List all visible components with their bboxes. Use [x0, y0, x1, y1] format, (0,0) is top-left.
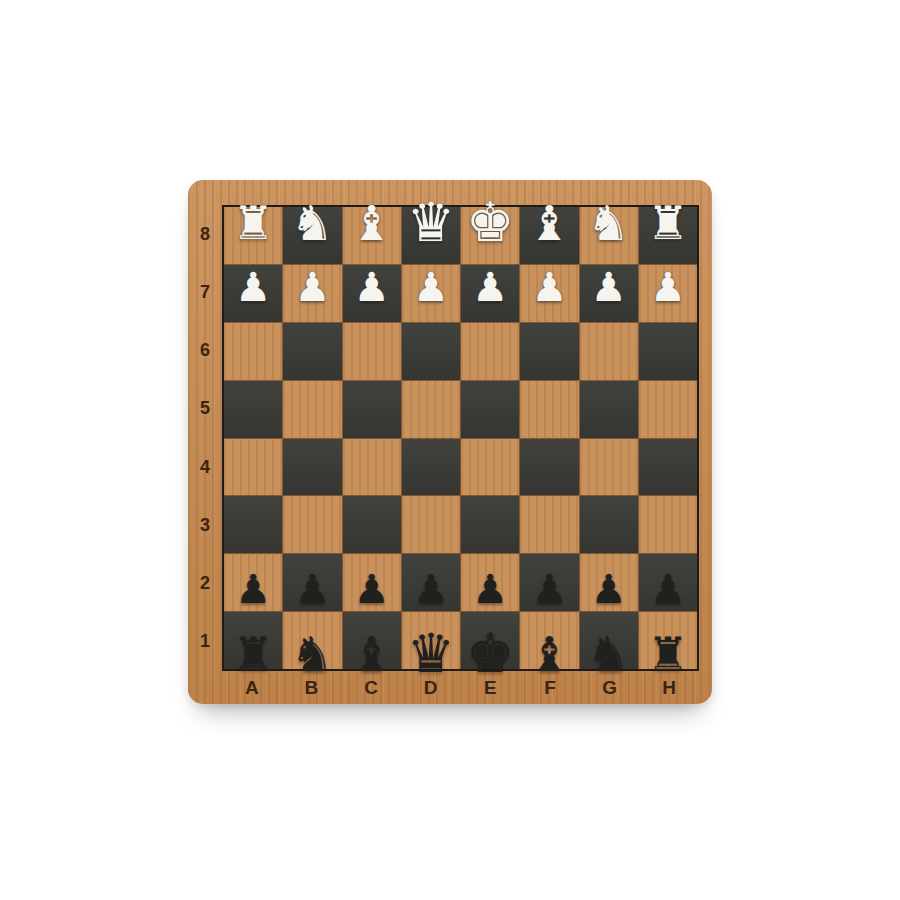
square-d2[interactable]: ♟ — [402, 554, 460, 611]
piece-black-rook-h1[interactable]: ♜ — [647, 631, 688, 677]
square-c8[interactable]: ♝ — [343, 207, 401, 264]
square-b2[interactable]: ♟ — [283, 554, 341, 611]
square-d5[interactable] — [402, 381, 460, 438]
board-grid: ♜♞♝♛♚♝♞♜♟♟♟♟♟♟♟♟♟♟♟♟♟♟♟♟♜♞♝♛♚♝♞♜ — [222, 205, 699, 671]
piece-black-pawn-a2[interactable]: ♟ — [235, 569, 271, 609]
square-a1[interactable]: ♜ — [224, 612, 282, 669]
rank-label-8: 8 — [188, 205, 222, 263]
piece-white-pawn-a7[interactable]: ♟ — [235, 267, 271, 307]
square-e8[interactable]: ♚ — [461, 207, 519, 264]
square-b5[interactable] — [283, 381, 341, 438]
piece-white-bishop-c8[interactable]: ♝ — [350, 199, 393, 247]
square-g1[interactable]: ♞ — [580, 612, 638, 669]
rank-label-7: 7 — [188, 263, 222, 321]
square-g3[interactable] — [580, 496, 638, 553]
square-e4[interactable] — [461, 439, 519, 496]
square-h3[interactable] — [639, 496, 697, 553]
piece-black-pawn-f2[interactable]: ♟ — [531, 569, 567, 609]
square-d3[interactable] — [402, 496, 460, 553]
piece-black-pawn-g2[interactable]: ♟ — [591, 569, 627, 609]
rank-label-5: 5 — [188, 380, 222, 438]
piece-white-pawn-f7[interactable]: ♟ — [531, 267, 567, 307]
square-f7[interactable]: ♟ — [520, 265, 578, 322]
piece-black-knight-g1[interactable]: ♞ — [587, 630, 630, 678]
rank-label-2: 2 — [188, 555, 222, 613]
piece-black-pawn-h2[interactable]: ♟ — [650, 569, 686, 609]
square-e6[interactable] — [461, 323, 519, 380]
square-h5[interactable] — [639, 381, 697, 438]
piece-white-knight-g8[interactable]: ♞ — [587, 199, 630, 247]
square-c5[interactable] — [343, 381, 401, 438]
square-c1[interactable]: ♝ — [343, 612, 401, 669]
square-f6[interactable] — [520, 323, 578, 380]
rank-label-6: 6 — [188, 322, 222, 380]
square-c2[interactable]: ♟ — [343, 554, 401, 611]
piece-white-pawn-e7[interactable]: ♟ — [472, 267, 508, 307]
square-g8[interactable]: ♞ — [580, 207, 638, 264]
piece-white-bishop-f8[interactable]: ♝ — [528, 199, 571, 247]
piece-white-pawn-h7[interactable]: ♟ — [650, 267, 686, 307]
square-f8[interactable]: ♝ — [520, 207, 578, 264]
square-a3[interactable] — [224, 496, 282, 553]
square-g7[interactable]: ♟ — [580, 265, 638, 322]
square-h6[interactable] — [639, 323, 697, 380]
piece-white-rook-h8[interactable]: ♜ — [647, 200, 688, 246]
square-b3[interactable] — [283, 496, 341, 553]
square-g4[interactable] — [580, 439, 638, 496]
square-a8[interactable]: ♜ — [224, 207, 282, 264]
piece-white-pawn-b7[interactable]: ♟ — [294, 267, 330, 307]
square-e1[interactable]: ♚ — [461, 612, 519, 669]
square-f1[interactable]: ♝ — [520, 612, 578, 669]
piece-black-pawn-e2[interactable]: ♟ — [472, 569, 508, 609]
piece-white-knight-b8[interactable]: ♞ — [291, 199, 334, 247]
square-h2[interactable]: ♟ — [639, 554, 697, 611]
square-b6[interactable] — [283, 323, 341, 380]
square-d1[interactable]: ♛ — [402, 612, 460, 669]
piece-white-queen-d8[interactable]: ♛ — [407, 196, 455, 250]
square-h8[interactable]: ♜ — [639, 207, 697, 264]
square-a2[interactable]: ♟ — [224, 554, 282, 611]
rank-labels: 87654321 — [188, 205, 222, 671]
square-a5[interactable] — [224, 381, 282, 438]
square-h1[interactable]: ♜ — [639, 612, 697, 669]
square-b8[interactable]: ♞ — [283, 207, 341, 264]
square-d8[interactable]: ♛ — [402, 207, 460, 264]
piece-white-pawn-c7[interactable]: ♟ — [354, 267, 390, 307]
square-d6[interactable] — [402, 323, 460, 380]
square-f2[interactable]: ♟ — [520, 554, 578, 611]
square-f4[interactable] — [520, 439, 578, 496]
square-g5[interactable] — [580, 381, 638, 438]
square-a6[interactable] — [224, 323, 282, 380]
square-c6[interactable] — [343, 323, 401, 380]
square-c7[interactable]: ♟ — [343, 265, 401, 322]
square-b7[interactable]: ♟ — [283, 265, 341, 322]
piece-black-pawn-c2[interactable]: ♟ — [354, 569, 390, 609]
rank-label-3: 3 — [188, 496, 222, 554]
square-a7[interactable]: ♟ — [224, 265, 282, 322]
square-b1[interactable]: ♞ — [283, 612, 341, 669]
piece-black-pawn-b2[interactable]: ♟ — [294, 569, 330, 609]
square-e5[interactable] — [461, 381, 519, 438]
square-h7[interactable]: ♟ — [639, 265, 697, 322]
square-e2[interactable]: ♟ — [461, 554, 519, 611]
piece-black-bishop-f1[interactable]: ♝ — [528, 630, 571, 678]
chess-board: 87654321 ABCDEFGH ♜♞♝♛♚♝♞♜♟♟♟♟♟♟♟♟♟♟♟♟♟♟… — [188, 180, 712, 704]
rank-label-4: 4 — [188, 438, 222, 496]
piece-black-queen-d1[interactable]: ♛ — [407, 627, 455, 681]
square-a4[interactable] — [224, 439, 282, 496]
square-e3[interactable] — [461, 496, 519, 553]
square-d4[interactable] — [402, 439, 460, 496]
chess-product-photo: 87654321 ABCDEFGH ♜♞♝♛♚♝♞♜♟♟♟♟♟♟♟♟♟♟♟♟♟♟… — [0, 0, 900, 900]
piece-black-rook-a1[interactable]: ♜ — [233, 631, 274, 677]
piece-black-bishop-c1[interactable]: ♝ — [350, 630, 393, 678]
piece-white-pawn-g7[interactable]: ♟ — [591, 267, 627, 307]
rank-label-1: 1 — [188, 613, 222, 671]
square-b4[interactable] — [283, 439, 341, 496]
piece-white-rook-a8[interactable]: ♜ — [233, 200, 274, 246]
square-g6[interactable] — [580, 323, 638, 380]
piece-black-king-e1[interactable]: ♚ — [466, 627, 514, 681]
piece-white-pawn-d7[interactable]: ♟ — [413, 267, 449, 307]
square-e7[interactable]: ♟ — [461, 265, 519, 322]
square-c3[interactable] — [343, 496, 401, 553]
piece-black-pawn-d2[interactable]: ♟ — [413, 569, 449, 609]
piece-black-knight-b1[interactable]: ♞ — [291, 630, 334, 678]
square-g2[interactable]: ♟ — [580, 554, 638, 611]
square-d7[interactable]: ♟ — [402, 265, 460, 322]
square-c4[interactable] — [343, 439, 401, 496]
square-h4[interactable] — [639, 439, 697, 496]
piece-white-king-e8[interactable]: ♚ — [466, 196, 514, 250]
square-f3[interactable] — [520, 496, 578, 553]
square-f5[interactable] — [520, 381, 578, 438]
